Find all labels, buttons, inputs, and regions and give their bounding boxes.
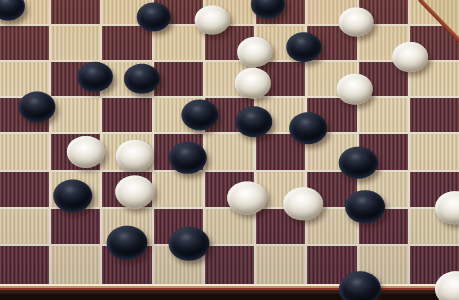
light-square: [256, 246, 305, 284]
light-square: [0, 209, 49, 244]
white-go-stone[interactable]: [235, 68, 271, 99]
dark-square: [0, 246, 49, 284]
light-square: [0, 134, 49, 170]
black-go-stone[interactable]: [289, 112, 327, 144]
dark-square: [0, 172, 49, 207]
light-square: [154, 26, 203, 60]
dark-square: [102, 98, 151, 132]
light-square: [154, 172, 203, 207]
white-go-stone[interactable]: [392, 42, 428, 72]
black-go-stone[interactable]: [169, 227, 210, 261]
light-square: [359, 98, 408, 132]
black-go-stone[interactable]: [107, 226, 148, 260]
light-square: [205, 134, 254, 170]
dark-square: [51, 209, 100, 244]
dark-square: [154, 62, 203, 96]
board-photo: [0, 0, 459, 300]
black-go-stone[interactable]: [339, 147, 378, 179]
white-go-stone[interactable]: [337, 74, 373, 105]
light-square: [51, 246, 100, 284]
white-go-stone[interactable]: [195, 5, 230, 34]
light-square: [410, 134, 459, 170]
board: [0, 0, 459, 284]
black-go-stone[interactable]: [345, 190, 385, 223]
white-go-stone[interactable]: [237, 37, 272, 67]
light-square: [0, 62, 49, 96]
light-square: [51, 26, 100, 60]
black-go-stone[interactable]: [19, 91, 56, 122]
dark-square: [410, 98, 459, 132]
white-go-stone[interactable]: [227, 181, 267, 214]
board-frame-bottom: [0, 284, 459, 300]
light-square: [51, 98, 100, 132]
white-go-stone[interactable]: [339, 7, 374, 36]
black-go-stone[interactable]: [339, 271, 381, 300]
dark-square: [0, 26, 49, 60]
white-go-stone[interactable]: [283, 187, 323, 220]
dark-square: [51, 0, 100, 24]
dark-square: [102, 26, 151, 60]
black-go-stone[interactable]: [286, 32, 321, 62]
dark-square: [205, 246, 254, 284]
